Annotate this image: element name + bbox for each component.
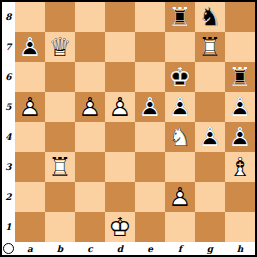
file-label-e: e: [135, 242, 165, 255]
square-g3[interactable]: [195, 152, 225, 182]
square-e3[interactable]: [135, 152, 165, 182]
square-a3[interactable]: [15, 152, 45, 182]
chess-diagram: 8♜♖♞♘7♟♙♛♕♜♖6♚♔♜♖5♟♙♟♙♟♙♟♙♟♙♟♙4♞♘♟♙♟♙3♜♖…: [0, 0, 257, 257]
file-label-f: f: [165, 242, 195, 255]
square-c2[interactable]: [75, 182, 105, 212]
square-b6[interactable]: [45, 62, 75, 92]
rank-label-5: 5: [2, 92, 15, 122]
square-h2[interactable]: [225, 182, 255, 212]
black-king[interactable]: ♚♔: [165, 62, 195, 92]
white-to-move-icon: [3, 243, 14, 254]
rank-label-4: 4: [2, 122, 15, 152]
square-e5[interactable]: ♟♙: [135, 92, 165, 122]
square-g1[interactable]: [195, 212, 225, 242]
square-g7[interactable]: ♜♖: [195, 32, 225, 62]
square-c6[interactable]: [75, 62, 105, 92]
square-a5[interactable]: ♟♙: [15, 92, 45, 122]
square-e2[interactable]: [135, 182, 165, 212]
black-pawn[interactable]: ♟♙: [165, 92, 195, 122]
square-h4[interactable]: ♟♙: [225, 122, 255, 152]
square-g2[interactable]: [195, 182, 225, 212]
square-d1[interactable]: ♚♔: [105, 212, 135, 242]
square-e6[interactable]: [135, 62, 165, 92]
side-to-move-cell: [2, 242, 15, 255]
file-label-h: h: [225, 242, 255, 255]
black-rook[interactable]: ♜♖: [165, 2, 195, 32]
square-d2[interactable]: [105, 182, 135, 212]
chess-board: 8♜♖♞♘7♟♙♛♕♜♖6♚♔♜♖5♟♙♟♙♟♙♟♙♟♙♟♙4♞♘♟♙♟♙3♜♖…: [2, 2, 255, 255]
square-e7[interactable]: [135, 32, 165, 62]
square-d8[interactable]: [105, 2, 135, 32]
square-g4[interactable]: ♟♙: [195, 122, 225, 152]
square-a6[interactable]: [15, 62, 45, 92]
square-f7[interactable]: [165, 32, 195, 62]
black-rook[interactable]: ♜♖: [225, 62, 255, 92]
square-d3[interactable]: [105, 152, 135, 182]
square-h5[interactable]: ♟♙: [225, 92, 255, 122]
square-c1[interactable]: [75, 212, 105, 242]
file-label-d: d: [105, 242, 135, 255]
square-f8[interactable]: ♜♖: [165, 2, 195, 32]
file-label-a: a: [15, 242, 45, 255]
square-c3[interactable]: [75, 152, 105, 182]
white-queen[interactable]: ♛♕: [45, 32, 75, 62]
square-e8[interactable]: [135, 2, 165, 32]
black-pawn[interactable]: ♟♙: [195, 122, 225, 152]
square-e4[interactable]: [135, 122, 165, 152]
white-king[interactable]: ♚♔: [105, 212, 135, 242]
square-a1[interactable]: [15, 212, 45, 242]
file-label-g: g: [195, 242, 225, 255]
square-b3[interactable]: ♜♖: [45, 152, 75, 182]
square-f5[interactable]: ♟♙: [165, 92, 195, 122]
square-a2[interactable]: [15, 182, 45, 212]
square-b8[interactable]: [45, 2, 75, 32]
square-f3[interactable]: [165, 152, 195, 182]
square-g5[interactable]: [195, 92, 225, 122]
white-pawn[interactable]: ♟♙: [15, 92, 45, 122]
square-c4[interactable]: [75, 122, 105, 152]
black-pawn[interactable]: ♟♙: [135, 92, 165, 122]
square-h7[interactable]: [225, 32, 255, 62]
square-a4[interactable]: [15, 122, 45, 152]
square-b7[interactable]: ♛♕: [45, 32, 75, 62]
white-rook[interactable]: ♜♖: [45, 152, 75, 182]
rank-label-1: 1: [2, 212, 15, 242]
square-g6[interactable]: [195, 62, 225, 92]
white-pawn[interactable]: ♟♙: [165, 182, 195, 212]
rank-label-8: 8: [2, 2, 15, 32]
square-f6[interactable]: ♚♔: [165, 62, 195, 92]
black-pawn[interactable]: ♟♙: [225, 92, 255, 122]
square-d7[interactable]: [105, 32, 135, 62]
square-d4[interactable]: [105, 122, 135, 152]
black-pawn[interactable]: ♟♙: [225, 122, 255, 152]
square-b2[interactable]: [45, 182, 75, 212]
square-g8[interactable]: ♞♘: [195, 2, 225, 32]
white-bishop[interactable]: ♝♗: [225, 152, 255, 182]
black-knight[interactable]: ♞♘: [195, 2, 225, 32]
square-d5[interactable]: ♟♙: [105, 92, 135, 122]
square-a7[interactable]: ♟♙: [15, 32, 45, 62]
square-h6[interactable]: ♜♖: [225, 62, 255, 92]
white-rook[interactable]: ♜♖: [195, 32, 225, 62]
square-f1[interactable]: [165, 212, 195, 242]
white-knight[interactable]: ♞♘: [165, 122, 195, 152]
square-h8[interactable]: [225, 2, 255, 32]
square-e1[interactable]: [135, 212, 165, 242]
white-pawn[interactable]: ♟♙: [105, 92, 135, 122]
square-a8[interactable]: [15, 2, 45, 32]
square-c5[interactable]: ♟♙: [75, 92, 105, 122]
square-b5[interactable]: [45, 92, 75, 122]
square-f4[interactable]: ♞♘: [165, 122, 195, 152]
square-h1[interactable]: [225, 212, 255, 242]
rank-label-6: 6: [2, 62, 15, 92]
square-b1[interactable]: [45, 212, 75, 242]
square-b4[interactable]: [45, 122, 75, 152]
square-f2[interactable]: ♟♙: [165, 182, 195, 212]
rank-label-3: 3: [2, 152, 15, 182]
square-d6[interactable]: [105, 62, 135, 92]
file-label-b: b: [45, 242, 75, 255]
file-label-c: c: [75, 242, 105, 255]
rank-label-2: 2: [2, 182, 15, 212]
square-c7[interactable]: [75, 32, 105, 62]
black-pawn[interactable]: ♟♙: [15, 32, 45, 62]
square-c8[interactable]: [75, 2, 105, 32]
square-h3[interactable]: ♝♗: [225, 152, 255, 182]
white-pawn[interactable]: ♟♙: [75, 92, 105, 122]
rank-label-7: 7: [2, 32, 15, 62]
